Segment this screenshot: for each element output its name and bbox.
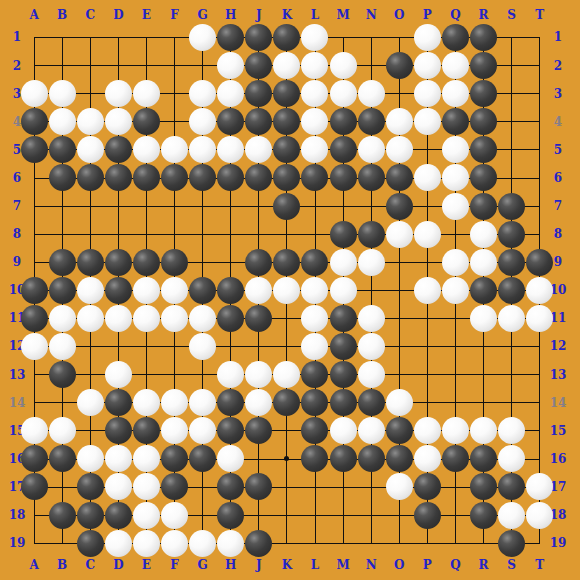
stone-black-O15[interactable] [386,417,413,444]
stone-black-N8[interactable] [358,221,385,248]
stone-black-J3[interactable] [245,80,272,107]
stone-black-K5[interactable] [273,136,300,163]
stone-white-T17[interactable] [526,473,553,500]
stone-black-R2[interactable] [470,52,497,79]
stone-black-R17[interactable] [470,473,497,500]
stone-black-D18[interactable] [105,502,132,529]
stone-black-L13[interactable] [301,361,328,388]
stone-black-F16[interactable] [161,445,188,472]
stone-black-M14[interactable] [330,389,357,416]
stone-black-E4[interactable] [133,108,160,135]
stone-white-D16[interactable] [105,445,132,472]
stone-black-R4[interactable] [470,108,497,135]
stone-white-H13[interactable] [217,361,244,388]
stone-black-B18[interactable] [49,502,76,529]
stone-white-E5[interactable] [133,136,160,163]
stone-white-H19[interactable] [217,530,244,557]
stone-black-H6[interactable] [217,164,244,191]
stone-white-L1[interactable] [301,24,328,51]
stone-white-M9[interactable] [330,249,357,276]
stone-black-G10[interactable] [189,277,216,304]
stone-white-L3[interactable] [301,80,328,107]
stone-black-D6[interactable] [105,164,132,191]
stone-white-Q7[interactable] [442,193,469,220]
stone-black-M5[interactable] [330,136,357,163]
stone-black-J17[interactable] [245,473,272,500]
stone-black-C9[interactable] [77,249,104,276]
stone-black-K4[interactable] [273,108,300,135]
stone-white-C10[interactable] [77,277,104,304]
stone-white-P1[interactable] [414,24,441,51]
stone-black-S17[interactable] [498,473,525,500]
stone-white-M3[interactable] [330,80,357,107]
stone-black-R3[interactable] [470,80,497,107]
stone-black-A17[interactable] [21,473,48,500]
stone-white-P16[interactable] [414,445,441,472]
stone-black-M13[interactable] [330,361,357,388]
stone-white-G12[interactable] [189,333,216,360]
stone-black-D14[interactable] [105,389,132,416]
stone-black-Q4[interactable] [442,108,469,135]
stone-white-G19[interactable] [189,530,216,557]
stone-black-N4[interactable] [358,108,385,135]
stone-white-B15[interactable] [49,417,76,444]
stone-white-L4[interactable] [301,108,328,135]
stone-white-R8[interactable] [470,221,497,248]
stone-black-D10[interactable] [105,277,132,304]
stone-white-S18[interactable] [498,502,525,529]
stone-black-C18[interactable] [77,502,104,529]
stone-white-D3[interactable] [105,80,132,107]
stone-black-L16[interactable] [301,445,328,472]
stone-white-E18[interactable] [133,502,160,529]
stone-white-G3[interactable] [189,80,216,107]
stone-black-D9[interactable] [105,249,132,276]
stone-white-L5[interactable] [301,136,328,163]
stone-black-R6[interactable] [470,164,497,191]
stone-white-M10[interactable] [330,277,357,304]
stone-white-R15[interactable] [470,417,497,444]
stone-black-R5[interactable] [470,136,497,163]
stone-white-B4[interactable] [49,108,76,135]
stone-white-C4[interactable] [77,108,104,135]
stone-black-R7[interactable] [470,193,497,220]
stone-white-D11[interactable] [105,305,132,332]
stone-black-S19[interactable] [498,530,525,557]
stone-black-A11[interactable] [21,305,48,332]
stone-black-H14[interactable] [217,389,244,416]
stone-white-A3[interactable] [21,80,48,107]
stone-black-J1[interactable] [245,24,272,51]
stone-white-P15[interactable] [414,417,441,444]
stone-black-H17[interactable] [217,473,244,500]
stone-black-H10[interactable] [217,277,244,304]
stone-black-K6[interactable] [273,164,300,191]
stone-black-J9[interactable] [245,249,272,276]
stone-white-E14[interactable] [133,389,160,416]
stone-black-B9[interactable] [49,249,76,276]
go-board: ABCDEFGHJKLMNOPQRST ABCDEFGHJKLMNOPQRST … [0,0,580,580]
stone-white-T18[interactable] [526,502,553,529]
stone-white-O17[interactable] [386,473,413,500]
stone-white-Q15[interactable] [442,417,469,444]
stone-black-A16[interactable] [21,445,48,472]
stone-white-H16[interactable] [217,445,244,472]
stone-white-S16[interactable] [498,445,525,472]
stone-white-N9[interactable] [358,249,385,276]
stone-white-L11[interactable] [301,305,328,332]
stone-black-H1[interactable] [217,24,244,51]
stone-white-L10[interactable] [301,277,328,304]
stone-white-Q2[interactable] [442,52,469,79]
stone-white-Q6[interactable] [442,164,469,191]
stone-black-M12[interactable] [330,333,357,360]
stone-black-R18[interactable] [470,502,497,529]
stone-black-K14[interactable] [273,389,300,416]
stone-black-P17[interactable] [414,473,441,500]
stone-white-S11[interactable] [498,305,525,332]
stone-black-F6[interactable] [161,164,188,191]
stone-black-B6[interactable] [49,164,76,191]
stone-white-K13[interactable] [273,361,300,388]
stone-white-J10[interactable] [245,277,272,304]
stone-white-L12[interactable] [301,333,328,360]
stone-white-L2[interactable] [301,52,328,79]
stone-white-F14[interactable] [161,389,188,416]
stone-white-A15[interactable] [21,417,48,444]
stone-black-H18[interactable] [217,502,244,529]
stone-black-J15[interactable] [245,417,272,444]
stone-black-K1[interactable] [273,24,300,51]
stone-white-E17[interactable] [133,473,160,500]
stone-black-L6[interactable] [301,164,328,191]
stone-black-D15[interactable] [105,417,132,444]
stone-black-J4[interactable] [245,108,272,135]
stone-white-N13[interactable] [358,361,385,388]
stone-black-S7[interactable] [498,193,525,220]
stone-white-F19[interactable] [161,530,188,557]
stone-black-S9[interactable] [498,249,525,276]
stone-white-M2[interactable] [330,52,357,79]
stone-black-M8[interactable] [330,221,357,248]
stone-white-N5[interactable] [358,136,385,163]
stone-white-B11[interactable] [49,305,76,332]
stone-black-A10[interactable] [21,277,48,304]
stone-black-D5[interactable] [105,136,132,163]
stone-black-O16[interactable] [386,445,413,472]
stone-black-J19[interactable] [245,530,272,557]
stone-black-O7[interactable] [386,193,413,220]
stone-black-F17[interactable] [161,473,188,500]
stone-white-C16[interactable] [77,445,104,472]
stone-black-K3[interactable] [273,80,300,107]
stone-black-M11[interactable] [330,305,357,332]
stone-black-C19[interactable] [77,530,104,557]
stone-white-N12[interactable] [358,333,385,360]
stone-white-E16[interactable] [133,445,160,472]
stone-white-P4[interactable] [414,108,441,135]
stone-black-E6[interactable] [133,164,160,191]
stone-white-C14[interactable] [77,389,104,416]
stone-white-F10[interactable] [161,277,188,304]
stone-white-O8[interactable] [386,221,413,248]
stone-white-P3[interactable] [414,80,441,107]
stone-black-F9[interactable] [161,249,188,276]
stone-black-O2[interactable] [386,52,413,79]
stone-black-K7[interactable] [273,193,300,220]
stone-white-B3[interactable] [49,80,76,107]
stone-black-S10[interactable] [498,277,525,304]
stone-white-A12[interactable] [21,333,48,360]
stone-white-J13[interactable] [245,361,272,388]
stone-white-D19[interactable] [105,530,132,557]
stone-white-G14[interactable] [189,389,216,416]
stone-black-E15[interactable] [133,417,160,444]
stone-white-O14[interactable] [386,389,413,416]
stone-white-P2[interactable] [414,52,441,79]
stone-white-Q9[interactable] [442,249,469,276]
stone-white-G1[interactable] [189,24,216,51]
stone-black-H11[interactable] [217,305,244,332]
stone-black-L9[interactable] [301,249,328,276]
stone-white-B12[interactable] [49,333,76,360]
stone-white-N3[interactable] [358,80,385,107]
stone-white-D17[interactable] [105,473,132,500]
stone-black-A5[interactable] [21,136,48,163]
stone-black-M6[interactable] [330,164,357,191]
stone-white-O4[interactable] [386,108,413,135]
stone-black-G16[interactable] [189,445,216,472]
stone-black-L14[interactable] [301,389,328,416]
stone-white-E11[interactable] [133,305,160,332]
stone-black-J6[interactable] [245,164,272,191]
stone-white-Q5[interactable] [442,136,469,163]
stone-white-J5[interactable] [245,136,272,163]
stone-black-O6[interactable] [386,164,413,191]
stone-white-F5[interactable] [161,136,188,163]
stone-white-C11[interactable] [77,305,104,332]
stone-white-Q10[interactable] [442,277,469,304]
stone-white-N15[interactable] [358,417,385,444]
stone-white-E3[interactable] [133,80,160,107]
stone-black-B16[interactable] [49,445,76,472]
stone-white-H5[interactable] [217,136,244,163]
stone-white-D4[interactable] [105,108,132,135]
stone-black-R10[interactable] [470,277,497,304]
stone-white-G4[interactable] [189,108,216,135]
stone-white-O5[interactable] [386,136,413,163]
stone-white-F11[interactable] [161,305,188,332]
stone-white-T10[interactable] [526,277,553,304]
stone-white-S15[interactable] [498,417,525,444]
stone-white-F15[interactable] [161,417,188,444]
stone-white-F18[interactable] [161,502,188,529]
stone-white-G15[interactable] [189,417,216,444]
stone-white-D13[interactable] [105,361,132,388]
stone-white-T11[interactable] [526,305,553,332]
stone-white-E10[interactable] [133,277,160,304]
stone-black-C17[interactable] [77,473,104,500]
stone-black-H4[interactable] [217,108,244,135]
stone-black-C6[interactable] [77,164,104,191]
stone-black-R1[interactable] [470,24,497,51]
stone-black-M4[interactable] [330,108,357,135]
stone-black-S8[interactable] [498,221,525,248]
stone-black-E9[interactable] [133,249,160,276]
stone-black-N14[interactable] [358,389,385,416]
stone-white-N11[interactable] [358,305,385,332]
stone-black-P18[interactable] [414,502,441,529]
stone-black-M16[interactable] [330,445,357,472]
stone-black-R16[interactable] [470,445,497,472]
stone-white-P6[interactable] [414,164,441,191]
stone-white-K10[interactable] [273,277,300,304]
stone-black-Q16[interactable] [442,445,469,472]
stone-white-H2[interactable] [217,52,244,79]
stone-black-B5[interactable] [49,136,76,163]
stone-black-N6[interactable] [358,164,385,191]
stone-black-J2[interactable] [245,52,272,79]
stone-black-G6[interactable] [189,164,216,191]
stone-white-R11[interactable] [470,305,497,332]
stone-black-B10[interactable] [49,277,76,304]
stone-black-J11[interactable] [245,305,272,332]
stone-white-Q3[interactable] [442,80,469,107]
stone-black-L15[interactable] [301,417,328,444]
board-intersections[interactable] [20,23,554,557]
stone-white-P8[interactable] [414,221,441,248]
stone-white-J14[interactable] [245,389,272,416]
stone-white-C5[interactable] [77,136,104,163]
stone-white-M15[interactable] [330,417,357,444]
stone-black-A4[interactable] [21,108,48,135]
stone-white-H3[interactable] [217,80,244,107]
stone-black-Q1[interactable] [442,24,469,51]
stone-black-T9[interactable] [526,249,553,276]
stone-black-H15[interactable] [217,417,244,444]
stone-white-P10[interactable] [414,277,441,304]
star-point-K16 [284,456,289,461]
stone-black-N16[interactable] [358,445,385,472]
stone-white-G11[interactable] [189,305,216,332]
stone-white-R9[interactable] [470,249,497,276]
stone-white-K2[interactable] [273,52,300,79]
stone-black-K9[interactable] [273,249,300,276]
stone-black-B13[interactable] [49,361,76,388]
stone-white-E19[interactable] [133,530,160,557]
stone-white-G5[interactable] [189,136,216,163]
